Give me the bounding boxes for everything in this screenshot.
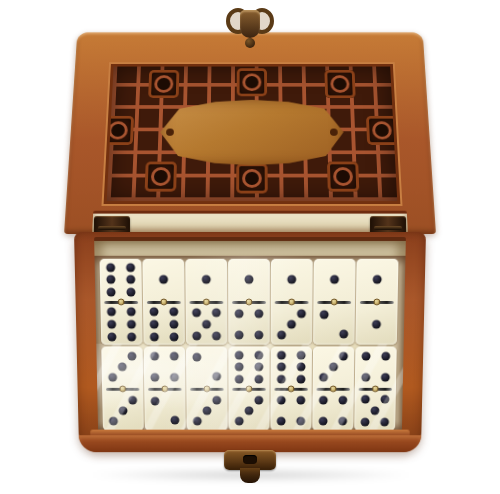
pip xyxy=(127,352,136,361)
pip xyxy=(127,332,136,341)
tile-half xyxy=(186,347,227,388)
pip xyxy=(170,416,179,425)
pip xyxy=(202,320,211,329)
domino-tile[interactable] xyxy=(186,347,228,431)
tile-half xyxy=(100,259,142,301)
pip xyxy=(126,263,135,272)
domino-row-bottom xyxy=(96,347,403,431)
pip xyxy=(296,375,305,384)
drop-shadow xyxy=(86,468,416,482)
pip xyxy=(254,375,263,384)
pip xyxy=(235,363,244,372)
pip xyxy=(287,275,296,284)
pip xyxy=(169,320,178,329)
pip xyxy=(119,406,128,415)
pip xyxy=(362,373,371,382)
pip xyxy=(193,353,202,362)
lid-inner-lining xyxy=(92,211,408,233)
tile-half xyxy=(228,303,270,344)
pip xyxy=(169,332,178,341)
domino-tile[interactable] xyxy=(313,259,356,345)
pip xyxy=(150,332,159,341)
pip xyxy=(296,417,305,426)
tile-half xyxy=(270,390,311,430)
domino-tile[interactable] xyxy=(101,347,144,431)
lattice-ornament-icon xyxy=(366,116,397,145)
ornament-ring-icon xyxy=(154,75,174,93)
tile-half xyxy=(186,390,227,430)
domino-tray xyxy=(94,256,405,430)
pip xyxy=(126,288,135,297)
tile-half xyxy=(313,347,355,388)
pip xyxy=(106,263,115,272)
ornament-ring-icon xyxy=(330,75,350,93)
tile-half xyxy=(228,390,269,430)
domino-tile[interactable] xyxy=(354,347,397,431)
tile-half xyxy=(143,303,185,344)
ornament-ring-icon xyxy=(372,121,392,139)
tile-half xyxy=(142,259,184,301)
pip xyxy=(169,352,178,361)
pip xyxy=(320,310,329,319)
lattice-ornament-icon xyxy=(237,68,267,96)
pip xyxy=(193,417,202,426)
ornament-ring-icon xyxy=(242,73,261,91)
pip xyxy=(319,373,328,382)
clasp-ball xyxy=(245,38,255,48)
domino-tile[interactable] xyxy=(228,259,270,345)
tile-half xyxy=(228,259,270,301)
medallion-stud-icon xyxy=(330,129,338,136)
clasp-plate xyxy=(240,10,260,38)
lattice-ornament-icon xyxy=(145,162,177,192)
pip xyxy=(277,417,286,426)
tile-half xyxy=(271,259,313,301)
carved-lattice-panel xyxy=(107,67,398,202)
pip xyxy=(296,363,305,372)
lattice-ornament-icon xyxy=(148,70,179,98)
leather-medallion xyxy=(159,100,344,165)
domino-tile[interactable] xyxy=(312,347,354,431)
pip xyxy=(380,417,389,426)
tile-half xyxy=(355,347,397,388)
pip xyxy=(329,363,338,372)
domino-box-photo xyxy=(0,0,500,494)
pip xyxy=(338,417,347,426)
pip xyxy=(108,332,117,341)
pip xyxy=(277,375,286,384)
domino-tile[interactable] xyxy=(228,347,269,431)
pip xyxy=(381,373,390,382)
pip xyxy=(361,417,370,426)
pip xyxy=(361,395,370,404)
pip xyxy=(212,373,221,382)
tile-half xyxy=(186,303,228,344)
pip xyxy=(254,309,263,318)
pip xyxy=(330,275,339,284)
tile-half xyxy=(313,259,355,301)
pip xyxy=(254,363,263,372)
pip xyxy=(297,309,306,318)
tile-half xyxy=(271,347,312,388)
domino-tile[interactable] xyxy=(271,259,313,345)
ornament-ring-icon xyxy=(108,121,128,139)
pip xyxy=(235,375,244,384)
pip xyxy=(254,350,263,359)
medallion-stud-icon xyxy=(166,129,174,136)
pip xyxy=(192,308,201,317)
pip xyxy=(203,406,212,415)
lattice-ornament-icon xyxy=(327,162,359,192)
tile-half xyxy=(102,390,144,430)
domino-tile[interactable] xyxy=(355,259,398,345)
pip xyxy=(169,307,178,316)
pip xyxy=(170,373,179,382)
ornament-ring-icon xyxy=(151,167,171,186)
pip xyxy=(339,352,348,361)
pip xyxy=(381,352,390,361)
pip xyxy=(296,350,305,359)
tile-half xyxy=(313,303,355,344)
tile-half xyxy=(100,303,142,344)
lattice-ornament-icon xyxy=(107,116,134,145)
pip xyxy=(126,307,135,316)
domino-tile[interactable] xyxy=(142,259,185,345)
ornament-ring-icon xyxy=(333,167,353,186)
tile-half xyxy=(185,259,227,301)
pip xyxy=(235,309,244,318)
pip xyxy=(150,320,159,329)
lattice-ornament-icon xyxy=(324,70,355,98)
domino-tile[interactable] xyxy=(185,259,227,345)
tile-half xyxy=(144,390,185,430)
box-lid xyxy=(64,32,436,234)
tile-half xyxy=(271,303,313,344)
pip xyxy=(126,275,135,284)
tile-half xyxy=(101,347,143,388)
box-base xyxy=(74,232,426,452)
pip xyxy=(212,396,221,405)
pip xyxy=(380,395,389,404)
pip xyxy=(277,350,286,359)
pip xyxy=(202,275,211,284)
pip xyxy=(118,363,127,372)
pip xyxy=(109,373,118,382)
pip xyxy=(245,406,254,415)
pip xyxy=(235,350,244,359)
pip xyxy=(373,275,382,284)
pip xyxy=(339,330,348,339)
pip xyxy=(109,417,118,426)
pip xyxy=(159,275,168,284)
pip xyxy=(254,330,263,339)
pip xyxy=(151,373,160,382)
domino-tile[interactable] xyxy=(270,347,312,431)
pip xyxy=(107,288,116,297)
pip xyxy=(319,396,328,405)
pip xyxy=(254,396,263,405)
pip xyxy=(128,396,137,405)
pip xyxy=(235,417,244,426)
pip xyxy=(287,320,296,329)
pip xyxy=(107,275,116,284)
pip xyxy=(296,396,305,405)
tile-half xyxy=(356,259,398,301)
pip xyxy=(338,396,347,405)
pip xyxy=(319,417,328,426)
pip xyxy=(235,330,244,339)
latch-keyhole-icon xyxy=(243,455,257,464)
ornament-ring-icon xyxy=(242,169,262,188)
pip xyxy=(107,307,116,316)
tile-half xyxy=(355,303,397,344)
pip xyxy=(107,320,116,329)
domino-row-top xyxy=(95,259,406,345)
tile-half xyxy=(312,390,353,430)
tile-half xyxy=(228,347,269,388)
pip xyxy=(372,320,381,329)
clasp-hook xyxy=(226,4,274,50)
tile-half xyxy=(144,347,186,388)
pip xyxy=(150,352,159,361)
pip xyxy=(277,330,286,339)
domino-tile[interactable] xyxy=(144,347,186,431)
pip xyxy=(127,320,136,329)
pip xyxy=(362,352,371,361)
pip xyxy=(150,307,159,316)
pip xyxy=(245,275,254,284)
pip xyxy=(277,363,286,372)
pip xyxy=(277,396,286,405)
lattice-ornament-icon xyxy=(236,163,268,193)
pip xyxy=(212,308,221,317)
pip xyxy=(371,406,380,415)
pip xyxy=(193,331,202,340)
pip xyxy=(151,396,160,405)
tile-half xyxy=(354,390,396,430)
domino-tile[interactable] xyxy=(100,259,143,345)
pip xyxy=(212,331,221,340)
